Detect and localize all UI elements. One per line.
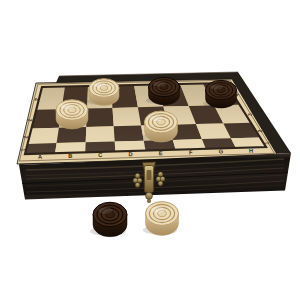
clasp-wing-ornament	[135, 174, 140, 179]
checker-light-b3[interactable]	[53, 100, 88, 129]
square-c3[interactable]	[86, 108, 113, 127]
checker-dark-h4[interactable]	[203, 80, 237, 108]
clasp-wing-ornament	[160, 177, 165, 182]
loose-checker-light[interactable]	[143, 202, 179, 236]
clasp-wing-ornament	[156, 177, 161, 182]
file-label-g: G	[219, 148, 224, 154]
rank-label-right-1: 1	[265, 142, 271, 145]
chess-box-photo: ABCDEFGH11223344	[0, 0, 300, 300]
square-d3[interactable]	[113, 107, 142, 126]
rank-label-left-4: 4	[33, 98, 39, 101]
photo-canvas: ABCDEFGH11223344	[0, 0, 300, 300]
piece-highlight	[149, 116, 163, 122]
clasp-wing-ornament	[137, 178, 142, 183]
piece-highlight	[61, 104, 74, 109]
rank-label-left-3: 3	[27, 119, 33, 122]
clasp-wing-ornament	[133, 178, 138, 183]
rank-label-left-1: 1	[20, 149, 26, 152]
checker-light-c4[interactable]	[86, 79, 119, 106]
rank-label-right-3: 3	[247, 113, 253, 116]
piece-highlight	[150, 207, 164, 213]
piece-highlight	[153, 81, 166, 86]
file-label-h: H	[249, 148, 253, 154]
file-label-f: F	[189, 149, 193, 155]
clasp-wing-ornament	[135, 183, 140, 188]
square-b2[interactable]	[57, 127, 87, 143]
rank-label-left-2: 2	[23, 136, 29, 139]
piece-highlight	[98, 207, 112, 213]
checker-light-e2[interactable]	[142, 111, 178, 142]
piece-highlight	[94, 83, 107, 88]
clasp-wing-ornament	[158, 181, 163, 186]
rank-label-right-2: 2	[257, 129, 263, 132]
clasp-finial-drop	[147, 199, 150, 202]
file-label-d: D	[128, 151, 132, 157]
square-d2[interactable]	[114, 126, 144, 142]
clasp-slot	[147, 170, 152, 180]
clasp-wing-ornament	[158, 172, 163, 177]
clasp-finial	[146, 193, 153, 200]
loose-checker-dark[interactable]	[90, 202, 127, 236]
square-c2[interactable]	[86, 126, 115, 142]
checker-dark-f4[interactable]	[146, 77, 180, 104]
piece-highlight	[210, 84, 223, 89]
square-a2[interactable]	[28, 128, 59, 144]
file-label-b: B	[68, 153, 72, 159]
file-label-e: E	[159, 150, 163, 156]
